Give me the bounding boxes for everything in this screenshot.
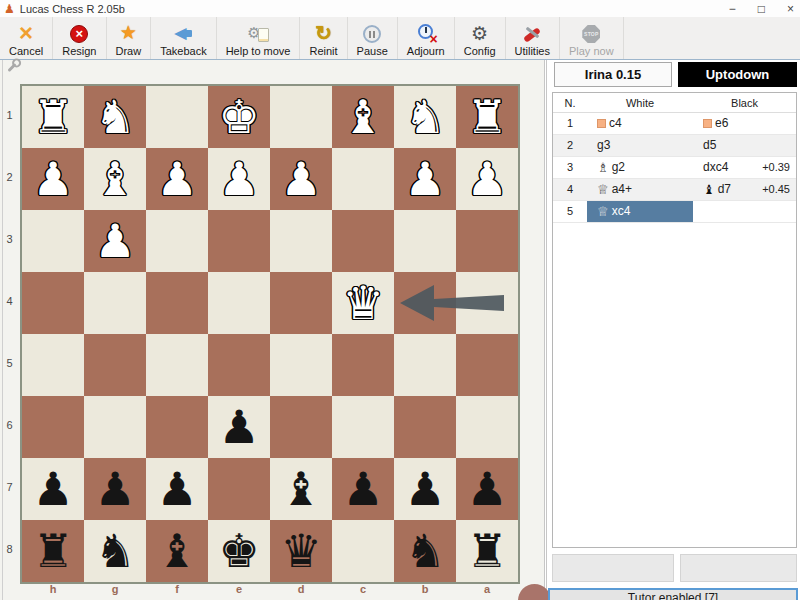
help-gear-note-icon: ⚙ [247,23,268,43]
square-e8[interactable]: ♚ [208,520,270,582]
white-bishop-icon: ♗ [597,161,609,174]
white-rook-a1: ♜ [466,94,507,140]
file-label-g: g [84,583,146,595]
stop-sign-icon: STOP [582,25,600,43]
square-g6[interactable] [84,396,146,458]
move-cell-black-1[interactable]: e6 [693,113,796,134]
rank-labels: 12345678 [0,84,19,580]
rank-label-4: 4 [0,270,19,332]
move-cell-black-4[interactable]: ♝d7+0.45 [693,179,796,200]
rank-label-8: 8 [0,518,19,580]
toolbar-button-config[interactable]: ⚙Config [455,17,506,59]
white-queen-c4: ♛ [342,280,383,326]
square-d1[interactable] [270,86,332,148]
move-row-5: 5♕xc4 [553,201,796,223]
square-h2[interactable]: ♟ [22,148,84,210]
toolbar-button-label: Cancel [9,45,43,57]
config-gear-icon: ⚙ [471,23,488,43]
rank-label-3: 3 [0,208,19,270]
move-cell-white-1[interactable]: c4 [587,113,693,134]
move-cell-white-4[interactable]: ♕a4+ [587,179,693,200]
file-label-a: a [456,583,518,595]
toolbar-button-label: Utilities [515,45,550,57]
square-d3[interactable] [270,210,332,272]
book-move-icon [703,119,712,128]
square-e4[interactable] [208,272,270,334]
black-pawn-e6: ♟ [218,404,259,450]
square-g5[interactable] [84,334,146,396]
square-b8[interactable]: ♞ [394,520,456,582]
toolbar-button-label: Draw [116,45,142,57]
toolbar-button-label: Pause [357,45,388,57]
square-f6[interactable] [146,396,208,458]
square-h8[interactable]: ♜ [22,520,84,582]
square-g4[interactable] [84,272,146,334]
square-b4[interactable] [394,272,456,334]
toolbar: ×Cancel×Resign★Draw◀Takeback⚙Help to mov… [0,17,800,60]
move-cell-black-2[interactable]: d5 [693,135,796,156]
white-bishop-c1: ♝ [342,94,383,140]
file-label-b: b [394,583,456,595]
white-pawn-e2: ♟ [218,156,259,202]
toolbar-button-draw[interactable]: ★Draw [107,17,152,59]
move-cell-white-5[interactable]: ♕xc4 [587,201,693,222]
square-b1[interactable]: ♞ [394,86,456,148]
square-h7[interactable]: ♟ [22,458,84,520]
toolbar-button-reinit[interactable]: ↻Reinit [300,17,347,59]
square-f1[interactable] [146,86,208,148]
square-b7[interactable]: ♟ [394,458,456,520]
black-pawn-b7: ♟ [404,466,445,512]
square-e6[interactable]: ♟ [208,396,270,458]
white-pawn-h2: ♟ [32,156,73,202]
move-cell-black-5[interactable] [693,201,796,222]
move-text: dxc4 [703,157,728,178]
square-b2[interactable]: ♟ [394,148,456,210]
resign-circle-x-icon: × [70,25,88,43]
black-bishop-icon: ♝ [703,183,715,196]
book-move-icon [597,119,606,128]
info-box-left [552,554,674,582]
file-label-c: c [332,583,394,595]
utilities-knife-icon [521,23,543,43]
white-queen-icon: ♕ [597,183,609,196]
move-number: 1 [553,113,587,134]
square-b5[interactable] [394,334,456,396]
square-c8[interactable] [332,520,394,582]
square-b6[interactable] [394,396,456,458]
square-e7[interactable] [208,458,270,520]
header-white: White [587,93,693,113]
move-number: 4 [553,179,587,200]
rank-label-6: 6 [0,394,19,456]
move-text: g3 [597,135,610,156]
square-e5[interactable] [208,334,270,396]
move-row-3: 3♗g2dxc4+0.39 [553,157,796,179]
black-pawn-f7: ♟ [156,466,197,512]
title-bar: ♟ Lucas Chess R 2.05b − □ × [0,0,800,17]
chess-board: ♜♞♚♝♞♜♟♝♟♟♟♟♟♟♛♟♟♟♟♝♟♟♟♜♞♝♚♛♞♜ [20,84,520,584]
black-pawn-a7: ♟ [466,466,507,512]
square-d6[interactable] [270,396,332,458]
square-e2[interactable]: ♟ [208,148,270,210]
square-h4[interactable] [22,272,84,334]
white-queen-icon: ♕ [597,205,609,218]
rank-label-7: 7 [0,456,19,518]
white-rook-h1: ♜ [32,94,73,140]
square-d2[interactable]: ♟ [270,148,332,210]
toolbar-button-label: Resign [62,45,96,57]
square-g7[interactable]: ♟ [84,458,146,520]
black-bishop-f8: ♝ [156,528,197,574]
moves-table-header: N. White Black [553,93,796,113]
pause-circle-icon [363,25,381,43]
move-row-4: 4♕a4+♝d7+0.45 [553,179,796,201]
reinit-refresh-icon: ↻ [315,23,332,43]
square-f3[interactable] [146,210,208,272]
white-player-name: Irina 0.15 [554,62,672,87]
move-number: 2 [553,135,587,156]
file-label-d: d [270,583,332,595]
draw-star-icon: ★ [120,23,137,43]
square-d8[interactable]: ♛ [270,520,332,582]
square-g8[interactable]: ♞ [84,520,146,582]
toolbar-button-pause[interactable]: Pause [348,17,398,59]
move-text: c4 [609,113,622,134]
file-labels: hgfedcba [22,583,518,595]
rank-label-1: 1 [0,84,19,146]
square-b3[interactable] [394,210,456,272]
toolbar-button-label: Takeback [160,45,206,57]
window-title: Lucas Chess R 2.05b [20,3,125,15]
moves-table: N. White Black 1c4e62g3d53♗g2dxc4+0.394♕… [552,92,797,548]
toolbar-button-label: Adjourn [407,45,445,57]
file-label-h: h [22,583,84,595]
white-knight-g1: ♞ [94,94,135,140]
square-c7[interactable]: ♟ [332,458,394,520]
move-text: g2 [612,157,625,178]
header-black: Black [693,93,796,113]
square-f8[interactable]: ♝ [146,520,208,582]
white-bishop-g2: ♝ [94,156,135,202]
header-move-number: N. [553,93,587,113]
square-c5[interactable] [332,334,394,396]
toolbar-button-resign[interactable]: ×Resign [53,17,106,59]
square-g2[interactable]: ♝ [84,148,146,210]
move-number: 5 [553,201,587,222]
maximize-icon[interactable]: □ [758,3,765,15]
white-king-e1: ♚ [218,94,259,140]
toolbar-button-play-now: STOPPlay now [560,17,624,59]
eval-value: +0.45 [762,179,790,200]
tutor-enabled-button[interactable]: Tutor enabled [7] [548,588,798,600]
square-d5[interactable] [270,334,332,396]
white-pawn-d2: ♟ [280,156,321,202]
square-h1[interactable]: ♜ [22,86,84,148]
square-d7[interactable]: ♝ [270,458,332,520]
square-a7[interactable]: ♟ [456,458,518,520]
move-text: d5 [703,135,716,156]
square-c3[interactable] [332,210,394,272]
square-a5[interactable] [456,334,518,396]
square-c4[interactable]: ♛ [332,272,394,334]
rank-label-5: 5 [0,332,19,394]
app-pawn-icon: ♟ [4,3,15,15]
black-pawn-g7: ♟ [94,466,135,512]
black-king-e8: ♚ [218,528,259,574]
square-c1[interactable]: ♝ [332,86,394,148]
cancel-x-icon: × [19,23,33,43]
toolbar-button-label: Help to move [226,45,291,57]
square-d4[interactable] [270,272,332,334]
white-pawn-g3: ♟ [94,218,135,264]
square-g3[interactable]: ♟ [84,210,146,272]
white-pawn-a2: ♟ [466,156,507,202]
square-f7[interactable]: ♟ [146,458,208,520]
close-icon[interactable]: × [787,3,794,15]
square-f5[interactable] [146,334,208,396]
square-a4[interactable] [456,272,518,334]
file-label-e: e [208,583,270,595]
black-pawn-c7: ♟ [342,466,383,512]
black-player-name: Uptodown [678,62,797,87]
square-c6[interactable] [332,396,394,458]
square-a3[interactable] [456,210,518,272]
white-pawn-b2: ♟ [404,156,445,202]
square-a1[interactable]: ♜ [456,86,518,148]
black-bishop-d7: ♝ [280,466,321,512]
adjourn-clock-x-icon: × [416,23,436,43]
move-row-1: 1c4e6 [553,113,796,135]
square-h3[interactable] [22,210,84,272]
eval-value: +0.39 [762,157,790,178]
info-box-right [680,554,797,582]
rank-label-2: 2 [0,146,19,208]
square-e1[interactable]: ♚ [208,86,270,148]
takeback-arrow-icon: ◀ [175,23,193,43]
square-e3[interactable] [208,210,270,272]
toolbar-button-utilities[interactable]: Utilities [506,17,560,59]
move-cell-white-3[interactable]: ♗g2 [587,157,693,178]
move-text: d7 [718,179,731,200]
toolbar-button-cancel[interactable]: ×Cancel [0,17,53,59]
black-knight-g8: ♞ [94,528,135,574]
square-a8[interactable]: ♜ [456,520,518,582]
square-f4[interactable] [146,272,208,334]
square-h6[interactable] [22,396,84,458]
move-text: e6 [715,113,728,134]
toolbar-button-takeback[interactable]: ◀Takeback [151,17,216,59]
square-h5[interactable] [22,334,84,396]
minimize-icon[interactable]: − [729,3,736,15]
move-row-2: 2g3d5 [553,135,796,157]
square-c2[interactable] [332,148,394,210]
black-knight-b8: ♞ [404,528,445,574]
white-pawn-f2: ♟ [156,156,197,202]
move-text: xc4 [612,201,631,222]
move-cell-white-2[interactable]: g3 [587,135,693,156]
toolbar-button-label: Reinit [309,45,337,57]
black-queen-d8: ♛ [280,528,321,574]
black-pawn-h7: ♟ [32,466,73,512]
square-a6[interactable] [456,396,518,458]
toolbar-button-label: Config [464,45,496,57]
square-g1[interactable]: ♞ [84,86,146,148]
toolbar-button-label: Play now [569,45,614,57]
move-text: a4+ [612,179,632,200]
black-rook-a8: ♜ [466,528,507,574]
move-number: 3 [553,157,587,178]
toolbar-button-adjourn[interactable]: ×Adjourn [398,17,455,59]
move-cell-black-3[interactable]: dxc4+0.39 [693,157,796,178]
square-a2[interactable]: ♟ [456,148,518,210]
white-knight-b1: ♞ [404,94,445,140]
black-rook-h8: ♜ [32,528,73,574]
square-f2[interactable]: ♟ [146,148,208,210]
toolbar-button-help-to-move[interactable]: ⚙Help to move [217,17,301,59]
file-label-f: f [146,583,208,595]
